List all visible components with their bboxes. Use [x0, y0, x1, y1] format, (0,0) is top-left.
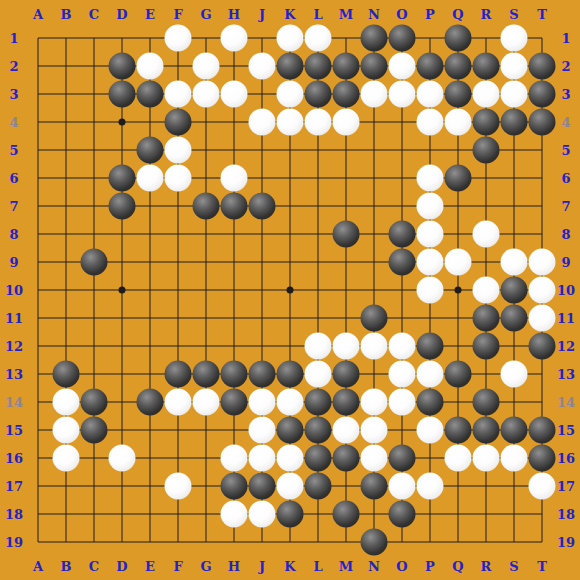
- coordinate-label: M: [339, 8, 353, 21]
- coordinate-label: H: [228, 560, 240, 573]
- stone-black: [165, 361, 192, 388]
- coordinate-label: 8: [9, 228, 18, 241]
- coordinate-label: 14: [5, 396, 23, 409]
- stone-black: [529, 81, 556, 108]
- coordinate-label: 2: [9, 60, 18, 73]
- hoshi-point: [287, 287, 294, 294]
- stone-white: [305, 109, 332, 136]
- coordinate-label: 1: [561, 32, 570, 45]
- stone-white: [417, 221, 444, 248]
- stone-white: [389, 389, 416, 416]
- stone-white: [137, 165, 164, 192]
- stone-black: [361, 53, 388, 80]
- stone-white: [333, 333, 360, 360]
- coordinate-label: H: [228, 8, 240, 21]
- coordinate-label: 16: [557, 452, 575, 465]
- stone-white: [249, 109, 276, 136]
- coordinate-label: 15: [5, 424, 23, 437]
- coordinate-label: P: [425, 8, 435, 21]
- stone-black: [417, 333, 444, 360]
- coordinate-label: N: [368, 8, 380, 21]
- coordinate-label: 12: [557, 340, 575, 353]
- coordinate-label: R: [481, 560, 492, 573]
- hoshi-point: [455, 287, 462, 294]
- coordinate-label: N: [368, 560, 380, 573]
- stone-black: [249, 361, 276, 388]
- stone-black: [333, 361, 360, 388]
- stone-white: [389, 333, 416, 360]
- stone-white: [305, 333, 332, 360]
- stone-white: [277, 109, 304, 136]
- coordinate-label: C: [89, 560, 99, 573]
- stone-white: [277, 389, 304, 416]
- stone-black: [473, 417, 500, 444]
- coordinate-label: 6: [561, 172, 570, 185]
- coordinate-label: E: [145, 8, 155, 21]
- coordinate-label: 13: [5, 368, 23, 381]
- stone-white: [193, 389, 220, 416]
- stone-white: [417, 249, 444, 276]
- coordinate-label: P: [425, 560, 435, 573]
- stone-black: [445, 165, 472, 192]
- stone-white: [501, 361, 528, 388]
- stone-black: [473, 333, 500, 360]
- coordinate-label: Q: [452, 8, 463, 21]
- coordinate-label: 4: [9, 116, 18, 129]
- coordinate-label: B: [61, 8, 72, 21]
- stone-black: [305, 81, 332, 108]
- stone-black: [361, 529, 388, 556]
- coordinate-label: A: [33, 560, 43, 573]
- stone-white: [501, 53, 528, 80]
- stone-black: [389, 221, 416, 248]
- stone-white: [277, 473, 304, 500]
- stone-black: [305, 389, 332, 416]
- stone-black: [333, 445, 360, 472]
- coordinate-label: S: [509, 8, 518, 21]
- coordinate-label: E: [145, 560, 155, 573]
- stone-white: [529, 249, 556, 276]
- stone-black: [445, 361, 472, 388]
- coordinate-label: 1: [9, 32, 18, 45]
- coordinate-label: 10: [5, 284, 23, 297]
- stone-white: [53, 389, 80, 416]
- stone-black: [53, 361, 80, 388]
- coordinate-label: A: [33, 8, 43, 21]
- coordinate-label: 13: [557, 368, 575, 381]
- stone-black: [473, 53, 500, 80]
- coordinate-label: B: [61, 560, 72, 573]
- stone-white: [473, 277, 500, 304]
- coordinate-label: G: [200, 560, 211, 573]
- stone-black: [501, 277, 528, 304]
- stone-black: [445, 53, 472, 80]
- coordinate-label: M: [339, 560, 353, 573]
- stone-white: [249, 445, 276, 472]
- stone-white: [529, 277, 556, 304]
- stone-white: [445, 249, 472, 276]
- stone-white: [361, 445, 388, 472]
- stone-black: [445, 81, 472, 108]
- coordinate-label: Q: [452, 560, 463, 573]
- coordinate-label: 5: [9, 144, 18, 157]
- stone-white: [165, 165, 192, 192]
- stone-white: [473, 221, 500, 248]
- stone-black: [193, 361, 220, 388]
- stone-black: [277, 417, 304, 444]
- stone-black: [389, 501, 416, 528]
- stone-black: [109, 165, 136, 192]
- stone-black: [109, 81, 136, 108]
- hoshi-point: [119, 287, 126, 294]
- stone-black: [277, 501, 304, 528]
- stone-black: [249, 473, 276, 500]
- coordinate-label: L: [313, 560, 322, 573]
- stone-black: [389, 25, 416, 52]
- stone-black: [165, 109, 192, 136]
- stone-white: [221, 165, 248, 192]
- coordinate-label: J: [259, 8, 265, 21]
- coordinate-label: 19: [557, 536, 575, 549]
- stone-black: [445, 417, 472, 444]
- stone-black: [473, 305, 500, 332]
- stone-black: [361, 305, 388, 332]
- stone-white: [389, 81, 416, 108]
- coordinate-label: D: [116, 8, 127, 21]
- stone-black: [221, 361, 248, 388]
- coordinate-label: O: [396, 8, 407, 21]
- coordinate-label: F: [173, 560, 182, 573]
- stone-white: [361, 333, 388, 360]
- stone-black: [529, 53, 556, 80]
- stone-black: [305, 445, 332, 472]
- stone-black: [137, 137, 164, 164]
- stone-black: [277, 361, 304, 388]
- coordinate-label: 6: [9, 172, 18, 185]
- stone-white: [529, 473, 556, 500]
- coordinate-label: 11: [5, 312, 23, 325]
- stone-white: [165, 25, 192, 52]
- stone-black: [333, 53, 360, 80]
- coordinate-label: J: [259, 560, 265, 573]
- stone-white: [417, 473, 444, 500]
- stone-black: [221, 473, 248, 500]
- coordinate-label: G: [200, 8, 211, 21]
- coordinate-label: 15: [557, 424, 575, 437]
- stone-black: [529, 333, 556, 360]
- stone-black: [137, 81, 164, 108]
- coordinate-label: 18: [557, 508, 575, 521]
- stone-black: [305, 417, 332, 444]
- stone-white: [445, 109, 472, 136]
- coordinate-label: 11: [557, 312, 575, 325]
- coordinate-label: 5: [561, 144, 570, 157]
- coordinate-label: 17: [557, 480, 575, 493]
- stone-white: [333, 109, 360, 136]
- stone-black: [137, 389, 164, 416]
- stone-white: [361, 81, 388, 108]
- coordinate-label: 3: [9, 88, 18, 101]
- stone-white: [501, 445, 528, 472]
- stone-white: [417, 81, 444, 108]
- coordinate-label: 18: [5, 508, 23, 521]
- stone-white: [53, 445, 80, 472]
- stone-white: [417, 361, 444, 388]
- stone-white: [389, 53, 416, 80]
- stone-white: [305, 25, 332, 52]
- stone-white: [137, 53, 164, 80]
- stone-black: [501, 305, 528, 332]
- stone-black: [529, 445, 556, 472]
- stone-black: [389, 445, 416, 472]
- stone-white: [193, 53, 220, 80]
- stone-black: [81, 417, 108, 444]
- stone-white: [249, 389, 276, 416]
- stone-black: [445, 25, 472, 52]
- stone-white: [221, 501, 248, 528]
- stone-black: [333, 389, 360, 416]
- coordinate-label: C: [89, 8, 99, 21]
- stone-black: [361, 25, 388, 52]
- stone-white: [221, 81, 248, 108]
- stone-white: [277, 81, 304, 108]
- stone-black: [417, 53, 444, 80]
- stone-black: [221, 193, 248, 220]
- stone-black: [473, 109, 500, 136]
- stone-black: [473, 137, 500, 164]
- stone-white: [305, 361, 332, 388]
- stone-white: [165, 81, 192, 108]
- coordinate-label: L: [313, 8, 322, 21]
- hoshi-point: [119, 119, 126, 126]
- coordinate-label: 9: [561, 256, 570, 269]
- coordinate-label: K: [284, 560, 295, 573]
- stone-black: [81, 389, 108, 416]
- coordinate-label: 17: [5, 480, 23, 493]
- stone-black: [109, 193, 136, 220]
- coordinate-label: 3: [561, 88, 570, 101]
- stone-white: [249, 501, 276, 528]
- coordinate-label: 9: [9, 256, 18, 269]
- stone-black: [109, 53, 136, 80]
- stone-white: [221, 445, 248, 472]
- stone-black: [81, 249, 108, 276]
- stone-white: [501, 249, 528, 276]
- coordinate-label: 4: [561, 116, 570, 129]
- stone-black: [305, 53, 332, 80]
- stone-black: [249, 193, 276, 220]
- stone-black: [389, 249, 416, 276]
- coordinate-label: 7: [561, 200, 570, 213]
- stone-white: [165, 473, 192, 500]
- stone-white: [193, 81, 220, 108]
- stone-black: [333, 81, 360, 108]
- coordinate-label: R: [481, 8, 492, 21]
- coordinate-label: F: [173, 8, 182, 21]
- coordinate-label: 19: [5, 536, 23, 549]
- stone-white: [277, 445, 304, 472]
- stone-white: [473, 445, 500, 472]
- stone-white: [165, 389, 192, 416]
- stone-black: [333, 221, 360, 248]
- stone-black: [417, 389, 444, 416]
- stone-white: [417, 417, 444, 444]
- stone-black: [193, 193, 220, 220]
- stone-white: [333, 417, 360, 444]
- stone-black: [529, 109, 556, 136]
- stone-black: [473, 389, 500, 416]
- coordinate-label: T: [537, 560, 547, 573]
- coordinate-label: 10: [557, 284, 575, 297]
- coordinate-label: D: [116, 560, 127, 573]
- coordinate-label: 8: [561, 228, 570, 241]
- stone-white: [277, 25, 304, 52]
- stone-white: [529, 305, 556, 332]
- stone-white: [221, 25, 248, 52]
- stone-black: [361, 473, 388, 500]
- stone-white: [249, 53, 276, 80]
- stone-black: [501, 109, 528, 136]
- coordinate-label: 2: [561, 60, 570, 73]
- stone-white: [417, 193, 444, 220]
- stone-white: [389, 473, 416, 500]
- coordinate-label: 14: [557, 396, 575, 409]
- stone-white: [53, 417, 80, 444]
- coordinate-label: T: [537, 8, 547, 21]
- coordinate-label: 7: [9, 200, 18, 213]
- coordinate-label: 16: [5, 452, 23, 465]
- stone-white: [445, 445, 472, 472]
- stone-white: [249, 417, 276, 444]
- stone-white: [473, 81, 500, 108]
- stone-white: [361, 417, 388, 444]
- stone-black: [277, 53, 304, 80]
- stone-white: [417, 109, 444, 136]
- stone-white: [109, 445, 136, 472]
- stone-white: [389, 361, 416, 388]
- coordinate-label: K: [284, 8, 295, 21]
- stone-black: [305, 473, 332, 500]
- coordinate-label: 12: [5, 340, 23, 353]
- stone-white: [361, 389, 388, 416]
- stone-white: [417, 277, 444, 304]
- stone-white: [501, 81, 528, 108]
- stone-white: [501, 25, 528, 52]
- stone-black: [529, 417, 556, 444]
- stone-black: [501, 417, 528, 444]
- stone-white: [417, 165, 444, 192]
- stone-black: [221, 389, 248, 416]
- stone-white: [165, 137, 192, 164]
- coordinate-label: S: [509, 560, 518, 573]
- stone-black: [333, 501, 360, 528]
- coordinate-label: O: [396, 560, 407, 573]
- go-board[interactable]: AABBCCDDEEFFGGHHJJKKLLMMNNOOPPQQRRSSTT11…: [0, 0, 580, 580]
